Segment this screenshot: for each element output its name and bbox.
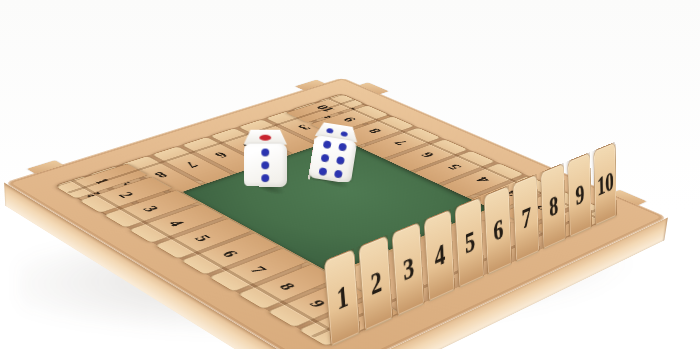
tile-number-label: 10 [597, 168, 614, 201]
tile-number-label: 7 [392, 139, 410, 146]
tile-front-10[interactable]: 10 [593, 142, 616, 227]
die-pip [340, 131, 348, 137]
die-front-face [308, 135, 357, 184]
tile-front-6[interactable]: 6 [484, 185, 513, 275]
tile-number-label: 2 [370, 266, 383, 300]
tile-number-label: 9 [341, 116, 359, 123]
tile-front-3[interactable]: 3 [392, 221, 425, 316]
tile-front-7[interactable]: 7 [513, 174, 540, 263]
die-pip [334, 169, 343, 178]
die-pip [321, 154, 330, 163]
die-pip [323, 141, 332, 150]
die-pip [259, 135, 271, 141]
tile-number-label: 7 [521, 202, 531, 233]
tile-front-8[interactable]: 8 [540, 163, 566, 250]
die-pip [336, 156, 345, 165]
tile-number-label: 9 [307, 298, 330, 309]
tile-number-label: 6 [419, 151, 437, 158]
tile-number-label: 8 [277, 281, 299, 291]
tile-number-label: 6 [493, 214, 503, 246]
tile-number-label: 8 [549, 191, 559, 222]
die-pip [261, 174, 269, 182]
tile-front-9[interactable]: 9 [567, 152, 592, 238]
die-pip [338, 143, 347, 152]
die-pip [261, 148, 269, 156]
tile-number-label: 1 [336, 280, 349, 315]
product-photo-stage: 1234567891012345678910123456789101234567… [0, 0, 700, 349]
tile-number-label: 3 [402, 252, 414, 285]
tile-front-2[interactable]: 2 [359, 234, 394, 331]
die-pip [261, 161, 269, 169]
tile-front-4[interactable]: 4 [424, 209, 455, 303]
scene: 1234567891012345678910123456789101234567… [89, 0, 583, 349]
tile-number-label: 5 [446, 163, 464, 171]
tile-number-label: 5 [464, 227, 475, 259]
die-pip [326, 128, 334, 134]
tile-number-label: 9 [575, 180, 584, 210]
tile-front-5[interactable]: 5 [454, 197, 484, 289]
die-2[interactable] [308, 119, 360, 184]
tile-number-label: 4 [434, 239, 446, 272]
scene-tilt: 1234567891012345678910123456789101234567… [89, 0, 583, 349]
die-front-face [244, 144, 287, 187]
die-pip [319, 167, 328, 176]
